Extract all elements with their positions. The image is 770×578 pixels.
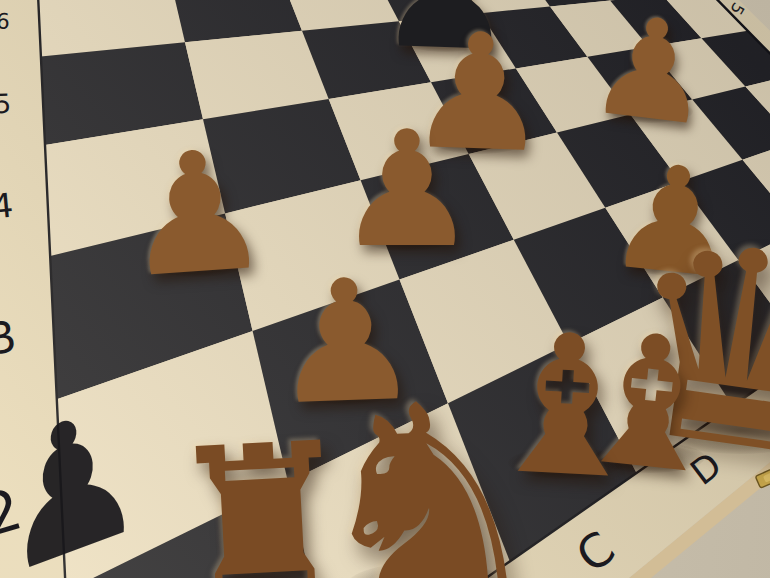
chess-photo-scene: CDE2345645♟ ♟♟♟♟♟♟♟♛♝♝♞♜ [0, 0, 770, 578]
rank-label-left-6: 6 [0, 8, 10, 33]
piece-white-rook-a1: ♜ [146, 412, 378, 578]
piece-white-pawn-f4: ♟ [575, 0, 729, 147]
piece-white-pawn-a3: ♟ [107, 126, 284, 303]
rank-label-left-5: 5 [0, 88, 12, 119]
